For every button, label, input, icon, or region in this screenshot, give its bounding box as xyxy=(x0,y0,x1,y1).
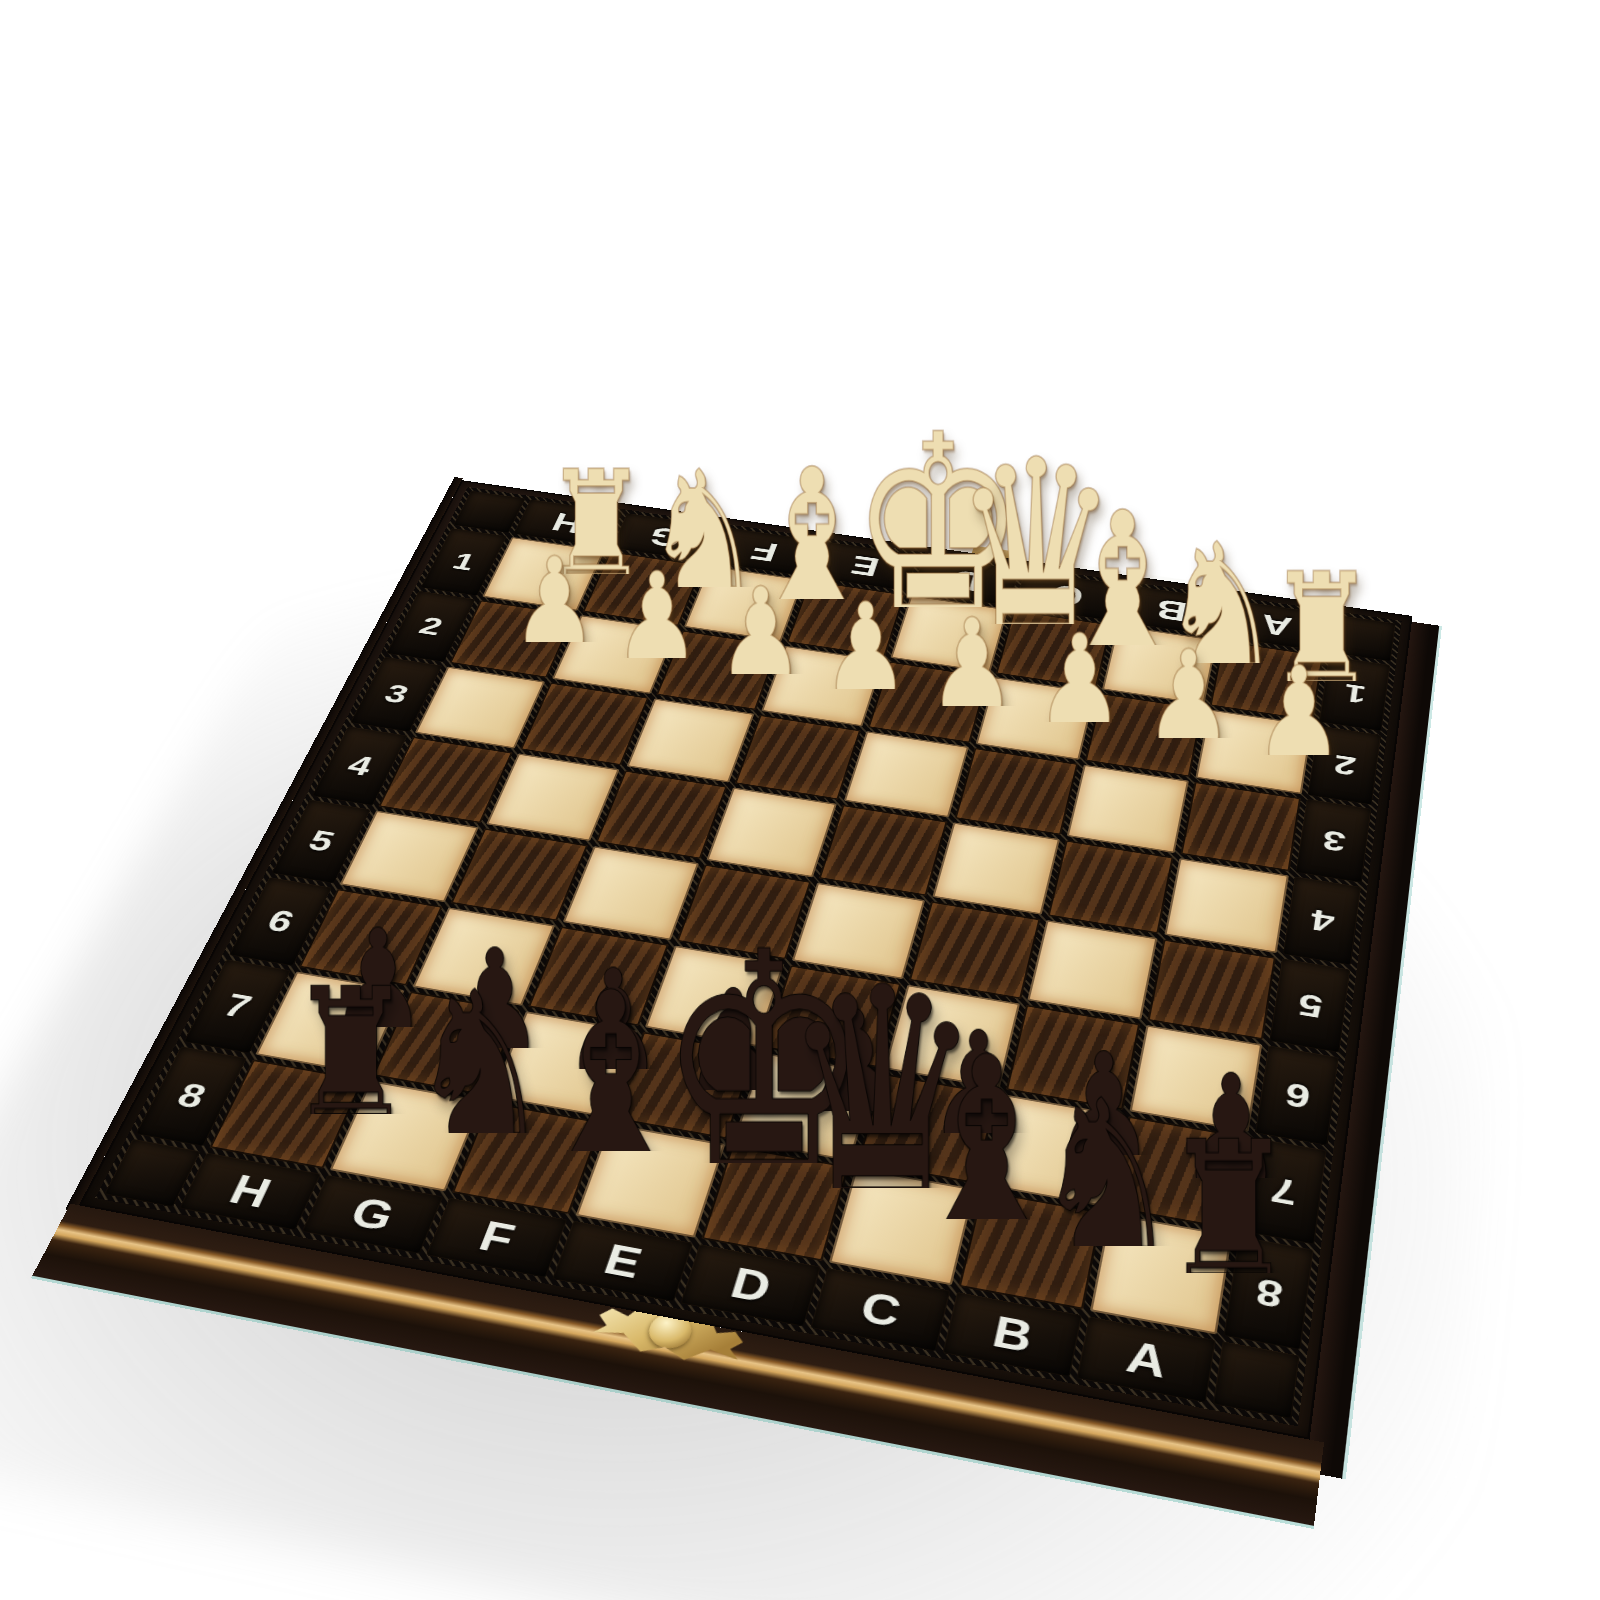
rank-label-left-1-text: 1 xyxy=(449,549,480,574)
square-c4[interactable] xyxy=(932,822,1060,914)
rank-label-left-8-text: 8 xyxy=(172,1077,212,1114)
rank-label-left-2-text: 2 xyxy=(415,613,447,639)
square-a4[interactable] xyxy=(1164,858,1288,953)
file-label-bottom-b-text: B xyxy=(989,1309,1036,1359)
rank-label-right-3-text: 3 xyxy=(1321,825,1348,856)
photo-scene: HGFEDCBA1♜♞♝♚♛♝♞♜12♟♟♟♟♟♟♟♟2334455667♟♟♟… xyxy=(0,0,1600,1600)
file-label-bottom-d-text: D xyxy=(726,1261,776,1309)
file-label-bottom-h-text: H xyxy=(224,1168,277,1214)
file-label-bottom-g-text: G xyxy=(345,1191,400,1238)
file-label-bottom-e-text: E xyxy=(599,1237,647,1284)
rank-label-right-5-text: 5 xyxy=(1296,988,1324,1023)
rank-label-right-5: 5 xyxy=(1269,958,1350,1052)
square-e4[interactable] xyxy=(706,787,837,877)
rank-label-right-8-text: 8 xyxy=(1253,1271,1285,1313)
square-d3[interactable] xyxy=(844,731,969,817)
file-label-bottom-c-text: C xyxy=(856,1285,905,1334)
square-a5[interactable] xyxy=(1147,939,1275,1040)
file-label-bottom-a-text: A xyxy=(1123,1334,1169,1385)
rank-label-right-4-text: 4 xyxy=(1309,904,1336,937)
chess-board-3d: HGFEDCBA1♜♞♝♚♛♝♞♜12♟♟♟♟♟♟♟♟2334455667♟♟♟… xyxy=(79,480,1413,1439)
rank-label-left-4-text: 4 xyxy=(343,751,377,780)
square-e3[interactable] xyxy=(735,715,861,800)
square-c3[interactable] xyxy=(955,748,1079,835)
square-f4[interactable] xyxy=(596,770,728,859)
square-g4[interactable] xyxy=(486,753,619,841)
rank-label-right-4: 4 xyxy=(1283,876,1361,965)
rank-label-left-5-text: 5 xyxy=(304,826,339,857)
square-b5[interactable] xyxy=(1027,920,1157,1019)
square-d4[interactable] xyxy=(819,805,948,896)
file-label-bottom-f-text: F xyxy=(474,1214,520,1260)
square-g3[interactable] xyxy=(520,682,649,765)
rank-label-left-7-text: 7 xyxy=(219,988,257,1023)
rank-label-left-3-text: 3 xyxy=(380,680,413,708)
corner-top-left xyxy=(453,491,525,533)
rank-label-right-1-text: 1 xyxy=(1342,679,1367,707)
rank-label-left-6-text: 6 xyxy=(263,905,300,938)
square-b4[interactable] xyxy=(1048,840,1174,934)
square-a3[interactable] xyxy=(1180,782,1301,872)
square-b3[interactable] xyxy=(1067,765,1189,854)
corner-bottom-right xyxy=(1213,1341,1300,1419)
rank-label-right-3: 3 xyxy=(1295,799,1371,883)
square-f3[interactable] xyxy=(627,698,755,782)
